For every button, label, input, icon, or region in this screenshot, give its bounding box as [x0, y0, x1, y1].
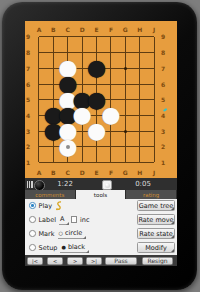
board-cell-J5[interactable]: [147, 92, 161, 108]
board-cell-F1[interactable]: [104, 155, 118, 171]
board-cell-H7[interactable]: [133, 61, 147, 77]
board-cell-J8[interactable]: [147, 45, 161, 61]
board-cell-F3[interactable]: [104, 123, 118, 139]
row-labels-left: 987654321: [25, 29, 31, 170]
white-player-stone-icon: [102, 180, 112, 190]
board-cell-D1[interactable]: [75, 155, 89, 171]
setup-color-spinner[interactable]: ● black: [60, 243, 88, 253]
black-time: 1:22: [53, 180, 77, 188]
board-cell-B7[interactable]: [46, 61, 60, 77]
row-label-7: 7: [25, 61, 31, 77]
board-cell-A6[interactable]: [32, 76, 46, 92]
board-cell-G9[interactable]: [118, 29, 132, 45]
board-cell-J3[interactable]: [147, 123, 161, 139]
mark-label: Mark: [39, 230, 55, 238]
board-cell-C3[interactable]: ●: [61, 123, 75, 139]
alternate-play-squiggle-icon: [55, 201, 63, 211]
board-cell-D9[interactable]: [75, 29, 89, 45]
tablet-frame: ABCDEFGHJ ABCDEFGHJ 987654321 987654321 …: [2, 2, 197, 290]
status-bar: 1:22 0:05: [25, 178, 177, 190]
row-label-3: 3: [25, 123, 31, 139]
board-cell-E9[interactable]: [89, 29, 103, 45]
board-cell-D6[interactable]: [75, 76, 89, 92]
tab-tools[interactable]: tools: [76, 190, 127, 199]
white-time: 0:05: [131, 180, 155, 188]
board-cell-H8[interactable]: [133, 45, 147, 61]
board-cell-J4[interactable]: [147, 108, 161, 124]
hoshi-point-icon: [124, 130, 127, 133]
black-stone-glyph-icon: ●: [61, 244, 65, 250]
screen: ABCDEFGHJ ABCDEFGHJ 987654321 987654321 …: [25, 21, 177, 266]
nav-bar: |< < > >| Pass Resign: [25, 255, 177, 266]
mark-type-spinner[interactable]: ○ circle: [58, 229, 86, 239]
board-cell-E6[interactable]: [89, 76, 103, 92]
setup-label: Setup: [39, 244, 58, 252]
row-label-9: 9: [25, 29, 31, 45]
board-cell-F5[interactable]: [104, 92, 118, 108]
board-cell-E8[interactable]: [89, 45, 103, 61]
board-cell-B6[interactable]: [46, 76, 60, 92]
row-label-6: 6: [25, 76, 31, 92]
board-cell-A8[interactable]: [32, 45, 46, 61]
board-cell-D8[interactable]: [75, 45, 89, 61]
label-label: Label: [39, 216, 57, 224]
row-label-8: 8: [25, 45, 31, 61]
circle-glyph-icon: ○: [59, 230, 63, 236]
board-cell-F4[interactable]: ●: [104, 108, 118, 124]
pass-button[interactable]: Pass: [105, 257, 137, 265]
mark-radio[interactable]: [29, 230, 36, 237]
board-cell-E2[interactable]: [89, 139, 103, 155]
board-cell-A4[interactable]: [32, 108, 46, 124]
board-cell-H6[interactable]: [133, 76, 147, 92]
board-cell-D4[interactable]: ●: [75, 108, 89, 124]
game-tree-button[interactable]: Game tree: [137, 200, 175, 211]
rate-move-button[interactable]: Rate move: [137, 214, 175, 225]
board-cell-B4[interactable]: ●: [46, 108, 60, 124]
board-cell-H9[interactable]: [133, 29, 147, 45]
option-row-play[interactable]: Play: [29, 200, 63, 211]
board-grid: ●●●●●●●●●●●●●●: [32, 29, 162, 170]
resign-button[interactable]: Resign: [142, 257, 173, 265]
board-cell-B2[interactable]: [46, 139, 60, 155]
last-move-button[interactable]: >|: [86, 257, 102, 265]
label-radio[interactable]: [29, 216, 36, 223]
board-cell-B5[interactable]: [46, 92, 60, 108]
play-radio[interactable]: [29, 202, 36, 209]
last-move-marker: [66, 145, 71, 150]
hoshi-point-icon: [66, 130, 69, 133]
hoshi-point-icon: [95, 98, 98, 101]
board-cell-F6[interactable]: [104, 76, 118, 92]
go-board: ABCDEFGHJ ABCDEFGHJ 987654321 987654321 …: [25, 21, 177, 178]
board-cell-H4[interactable]: [133, 108, 147, 124]
setup-color-value: black: [68, 243, 85, 251]
board-cell-G7[interactable]: [118, 61, 132, 77]
board-cell-C1[interactable]: [61, 155, 75, 171]
board-cell-J2[interactable]: [147, 139, 161, 155]
board-cell-G3[interactable]: [118, 123, 132, 139]
board-cell-H2[interactable]: [133, 139, 147, 155]
modify-button[interactable]: Modify: [137, 242, 175, 253]
row-label-2: 2: [25, 139, 31, 155]
board-cell-C6[interactable]: ●: [61, 76, 75, 92]
board-cell-C9[interactable]: [61, 29, 75, 45]
board-cell-A2[interactable]: [32, 139, 46, 155]
board-cell-D2[interactable]: [75, 139, 89, 155]
tab-bar: comments tools rating: [25, 190, 177, 199]
inc-label: inc: [80, 216, 90, 224]
prev-move-button[interactable]: <: [47, 257, 63, 265]
setup-radio[interactable]: [29, 244, 36, 251]
board-cell-E3[interactable]: ●: [89, 123, 103, 139]
board-cell-D3[interactable]: [75, 123, 89, 139]
board-cell-C2[interactable]: ●: [61, 139, 75, 155]
board-cell-E1[interactable]: [89, 155, 103, 171]
board-cell-C7[interactable]: ●: [61, 61, 75, 77]
board-cell-J6[interactable]: [147, 76, 161, 92]
rate-state-button[interactable]: Rate state: [137, 228, 175, 239]
hoshi-point-icon: [66, 67, 69, 70]
board-cell-A1[interactable]: [32, 155, 46, 171]
board-cell-B9[interactable]: [46, 29, 60, 45]
board-cell-B1[interactable]: [46, 155, 60, 171]
board-cell-G1[interactable]: [118, 155, 132, 171]
hoshi-point-icon: [124, 67, 127, 70]
board-cell-A9[interactable]: [32, 29, 46, 45]
next-move-button[interactable]: >: [67, 257, 83, 265]
board-cell-H5[interactable]: [133, 92, 147, 108]
option-row-setup[interactable]: Setup ● black: [29, 242, 88, 253]
board-cell-A5[interactable]: [32, 92, 46, 108]
board-cell-F2[interactable]: [104, 139, 118, 155]
option-row-mark[interactable]: Mark ○ circle: [29, 228, 85, 239]
board-cell-G4[interactable]: [118, 108, 132, 124]
board-cell-A7[interactable]: [32, 61, 46, 77]
row-label-4: 4: [25, 108, 31, 124]
board-cell-D5[interactable]: ●: [75, 92, 89, 108]
board-cell-E5[interactable]: ●: [89, 92, 103, 108]
board-cell-F9[interactable]: [104, 29, 118, 45]
board-cell-B3[interactable]: ●: [46, 123, 60, 139]
board-cell-D7[interactable]: [75, 61, 89, 77]
board-cell-J7[interactable]: [147, 61, 161, 77]
tab-comments[interactable]: comments: [25, 190, 76, 199]
board-cell-H1[interactable]: [133, 155, 147, 171]
inc-checkbox[interactable]: [71, 216, 78, 223]
board-cell-G8[interactable]: [118, 45, 132, 61]
first-move-button[interactable]: |<: [27, 257, 43, 265]
tools-panel: Play Label A inc Mark ○ circle Set: [25, 199, 177, 255]
play-label: Play: [39, 202, 53, 210]
board-cell-B8[interactable]: [46, 45, 60, 61]
label-letter-spinner[interactable]: A: [59, 215, 67, 225]
board-cell-G6[interactable]: [118, 76, 132, 92]
board-cell-E7[interactable]: ●: [89, 61, 103, 77]
board-cell-C4[interactable]: ●: [61, 108, 75, 124]
tab-rating[interactable]: rating: [126, 190, 177, 199]
move-list-grip-icon[interactable]: [27, 181, 33, 188]
board-cell-G2[interactable]: [118, 139, 132, 155]
black-player-stone-icon: [34, 180, 45, 191]
board-cell-C8[interactable]: [61, 45, 75, 61]
board-cell-E4[interactable]: [89, 108, 103, 124]
row-label-1: 1: [25, 155, 31, 171]
board-cell-H3[interactable]: [133, 123, 147, 139]
board-cell-A3[interactable]: [32, 123, 46, 139]
option-row-label[interactable]: Label A inc: [29, 214, 90, 225]
board-cell-F7[interactable]: [104, 61, 118, 77]
board-cell-G5[interactable]: [118, 92, 132, 108]
board-cell-F8[interactable]: [104, 45, 118, 61]
board-cell-C5[interactable]: ●: [61, 92, 75, 108]
board-cell-J1[interactable]: [147, 155, 161, 171]
mark-type-value: circle: [65, 229, 82, 237]
board-cell-J9[interactable]: [147, 29, 161, 45]
row-label-5: 5: [25, 92, 31, 108]
